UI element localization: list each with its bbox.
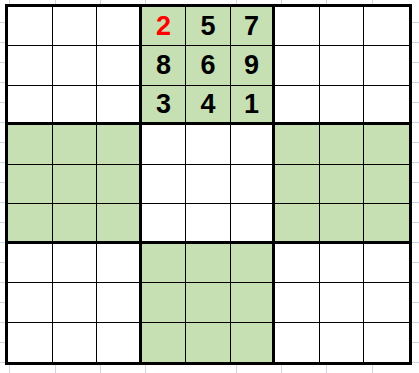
cell-r7c1[interactable] [8,244,53,283]
cell-r7c5[interactable] [186,244,231,283]
cell-r9c5[interactable] [186,323,231,362]
cell-r2c7[interactable] [275,46,320,85]
cell-r9c1[interactable] [8,323,53,362]
cell-r5c8[interactable] [320,165,365,204]
given-digit: 8 [156,52,171,79]
cell-r5c2[interactable] [53,165,98,204]
cell-r3c6[interactable]: 1 [231,86,276,125]
cell-r3c1[interactable] [8,86,53,125]
given-digit: 1 [244,91,259,118]
cell-r6c1[interactable] [8,204,53,243]
cell-r1c6[interactable]: 7 [231,7,276,46]
cell-r8c4[interactable] [142,283,187,322]
cell-r1c9[interactable] [364,7,409,46]
cell-r6c7[interactable] [275,204,320,243]
cell-r6c8[interactable] [320,204,365,243]
cell-r5c7[interactable] [275,165,320,204]
cell-r1c1[interactable] [8,7,53,46]
given-digit: 2 [156,13,171,40]
cell-r4c3[interactable] [97,125,142,164]
cell-r7c6[interactable] [231,244,276,283]
given-digit: 5 [200,13,215,40]
cell-r2c5[interactable]: 6 [186,46,231,85]
cell-r5c5[interactable] [186,165,231,204]
cell-r7c8[interactable] [320,244,365,283]
cell-r4c5[interactable] [186,125,231,164]
cell-r7c9[interactable] [364,244,409,283]
cell-r6c3[interactable] [97,204,142,243]
cell-r6c9[interactable] [364,204,409,243]
cell-r8c2[interactable] [53,283,98,322]
cell-r1c3[interactable] [97,7,142,46]
cell-r1c4[interactable]: 2 [142,7,187,46]
cell-r7c7[interactable] [275,244,320,283]
cell-r5c9[interactable] [364,165,409,204]
cell-r2c2[interactable] [53,46,98,85]
cell-r8c7[interactable] [275,283,320,322]
cell-r2c8[interactable] [320,46,365,85]
cell-r2c1[interactable] [8,46,53,85]
cell-r6c4[interactable] [142,204,187,243]
cell-r9c6[interactable] [231,323,276,362]
given-digit: 6 [200,52,215,79]
cell-r3c9[interactable] [364,86,409,125]
cell-r9c8[interactable] [320,323,365,362]
cell-r7c2[interactable] [53,244,98,283]
given-digit: 7 [244,13,259,40]
cell-r3c5[interactable]: 4 [186,86,231,125]
cell-r1c8[interactable] [320,7,365,46]
cell-r9c2[interactable] [53,323,98,362]
given-digit: 3 [156,91,171,118]
cell-r4c4[interactable] [142,125,187,164]
cell-r2c6[interactable]: 9 [231,46,276,85]
cell-r1c5[interactable]: 5 [186,7,231,46]
cell-r6c6[interactable] [231,204,276,243]
cell-r6c5[interactable] [186,204,231,243]
cell-r9c4[interactable] [142,323,187,362]
given-digit: 9 [244,52,259,79]
cell-r2c3[interactable] [97,46,142,85]
given-digit: 4 [200,91,215,118]
cell-r4c2[interactable] [53,125,98,164]
cell-r4c7[interactable] [275,125,320,164]
cell-r1c7[interactable] [275,7,320,46]
cell-r7c4[interactable] [142,244,187,283]
cell-r4c1[interactable] [8,125,53,164]
cell-r3c7[interactable] [275,86,320,125]
cell-r5c4[interactable] [142,165,187,204]
sudoku-board: 257869341 [5,4,412,365]
cell-r9c7[interactable] [275,323,320,362]
cell-r4c9[interactable] [364,125,409,164]
cell-r2c9[interactable] [364,46,409,85]
cell-r8c1[interactable] [8,283,53,322]
cell-r8c9[interactable] [364,283,409,322]
cell-r8c5[interactable] [186,283,231,322]
cell-r5c3[interactable] [97,165,142,204]
cell-r5c1[interactable] [8,165,53,204]
cell-r8c3[interactable] [97,283,142,322]
cell-r4c8[interactable] [320,125,365,164]
cell-r8c6[interactable] [231,283,276,322]
cell-r9c9[interactable] [364,323,409,362]
cell-r9c3[interactable] [97,323,142,362]
cell-r6c2[interactable] [53,204,98,243]
cell-r7c3[interactable] [97,244,142,283]
cell-r2c4[interactable]: 8 [142,46,187,85]
cell-r5c6[interactable] [231,165,276,204]
cell-r4c6[interactable] [231,125,276,164]
cell-r3c3[interactable] [97,86,142,125]
cell-r8c8[interactable] [320,283,365,322]
cell-r3c2[interactable] [53,86,98,125]
cell-r1c2[interactable] [53,7,98,46]
cell-r3c4[interactable]: 3 [142,86,187,125]
cell-r3c8[interactable] [320,86,365,125]
